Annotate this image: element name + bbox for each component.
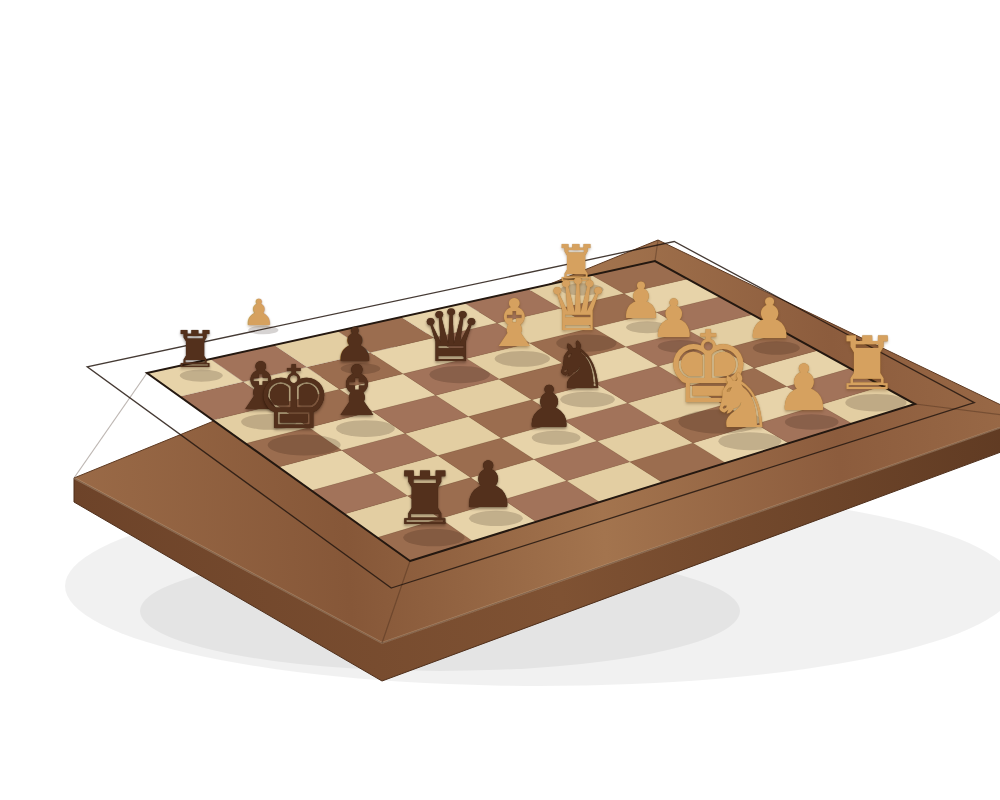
chess-set-photo: ♜♟♛♟♟♝♟♛♜♞♜♚♝♟♝♟♞♚♟♜♟ Overhead-angle pro…: [40, 16, 960, 784]
chess-board: [40, 16, 1000, 800]
